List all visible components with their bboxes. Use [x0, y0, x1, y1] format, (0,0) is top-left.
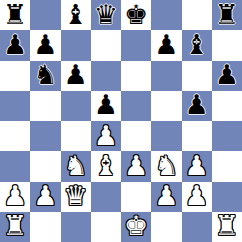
- piece-black-bishop[interactable]: ♝: [185, 31, 209, 58]
- square-d5[interactable]: ♟: [91, 91, 121, 121]
- square-f2[interactable]: ♟: [151, 182, 181, 212]
- square-f4[interactable]: [151, 121, 181, 151]
- square-g2[interactable]: ♟: [182, 182, 212, 212]
- square-g7[interactable]: ♝: [182, 30, 212, 60]
- square-b5[interactable]: [30, 91, 60, 121]
- piece-white-rook[interactable]: ♜: [215, 212, 239, 239]
- square-h8[interactable]: ♜: [212, 0, 242, 30]
- piece-black-knight[interactable]: ♞: [33, 61, 57, 88]
- square-a8[interactable]: ♜: [0, 0, 30, 30]
- square-h3[interactable]: [212, 151, 242, 181]
- square-g4[interactable]: [182, 121, 212, 151]
- square-a5[interactable]: [0, 91, 30, 121]
- piece-white-pawn[interactable]: ♟: [154, 182, 178, 209]
- square-g1[interactable]: [182, 212, 212, 242]
- square-a2[interactable]: ♟: [0, 182, 30, 212]
- square-c2[interactable]: ♛: [61, 182, 91, 212]
- square-f7[interactable]: ♟: [151, 30, 181, 60]
- square-c3[interactable]: ♞: [61, 151, 91, 181]
- piece-white-queen[interactable]: ♛: [64, 182, 88, 209]
- square-e2[interactable]: [121, 182, 151, 212]
- square-d2[interactable]: [91, 182, 121, 212]
- square-d6[interactable]: [91, 61, 121, 91]
- square-g3[interactable]: ♟: [182, 151, 212, 181]
- square-e3[interactable]: ♟: [121, 151, 151, 181]
- square-e5[interactable]: [121, 91, 151, 121]
- square-f5[interactable]: [151, 91, 181, 121]
- square-e4[interactable]: [121, 121, 151, 151]
- square-c5[interactable]: [61, 91, 91, 121]
- piece-black-pawn[interactable]: ♟: [3, 31, 27, 58]
- square-e8[interactable]: ♚: [121, 0, 151, 30]
- piece-black-pawn[interactable]: ♟: [33, 31, 57, 58]
- square-a4[interactable]: [0, 121, 30, 151]
- piece-black-bishop[interactable]: ♝: [64, 1, 88, 28]
- square-d8[interactable]: ♛: [91, 0, 121, 30]
- square-c6[interactable]: ♟: [61, 61, 91, 91]
- square-g5[interactable]: ♟: [182, 91, 212, 121]
- square-c8[interactable]: ♝: [61, 0, 91, 30]
- square-h1[interactable]: ♜: [212, 212, 242, 242]
- square-a6[interactable]: [0, 61, 30, 91]
- square-d1[interactable]: [91, 212, 121, 242]
- piece-white-knight[interactable]: ♞: [154, 152, 178, 179]
- square-b3[interactable]: [30, 151, 60, 181]
- square-b8[interactable]: [30, 0, 60, 30]
- square-d4[interactable]: ♟: [91, 121, 121, 151]
- square-b7[interactable]: ♟: [30, 30, 60, 60]
- piece-black-queen[interactable]: ♛: [94, 1, 118, 28]
- square-h7[interactable]: [212, 30, 242, 60]
- square-e6[interactable]: [121, 61, 151, 91]
- piece-black-pawn[interactable]: ♟: [154, 31, 178, 58]
- piece-white-pawn[interactable]: ♟: [185, 152, 209, 179]
- square-a3[interactable]: [0, 151, 30, 181]
- chess-board: ♜♝♛♚♜♟♟♟♝♞♟♟♟♟♟♞♝♟♞♟♟♟♛♟♟♜♚♜: [0, 0, 242, 242]
- square-h5[interactable]: [212, 91, 242, 121]
- square-c7[interactable]: [61, 30, 91, 60]
- piece-black-pawn[interactable]: ♟: [215, 61, 239, 88]
- square-f1[interactable]: [151, 212, 181, 242]
- piece-white-king[interactable]: ♚: [124, 212, 148, 239]
- piece-black-king[interactable]: ♚: [124, 1, 148, 28]
- square-c1[interactable]: [61, 212, 91, 242]
- square-b2[interactable]: ♟: [30, 182, 60, 212]
- square-e1[interactable]: ♚: [121, 212, 151, 242]
- piece-white-pawn[interactable]: ♟: [124, 152, 148, 179]
- piece-white-rook[interactable]: ♜: [3, 212, 27, 239]
- square-b6[interactable]: ♞: [30, 61, 60, 91]
- piece-black-pawn[interactable]: ♟: [64, 61, 88, 88]
- square-a7[interactable]: ♟: [0, 30, 30, 60]
- piece-white-knight[interactable]: ♞: [64, 152, 88, 179]
- square-d3[interactable]: ♝: [91, 151, 121, 181]
- square-e7[interactable]: [121, 30, 151, 60]
- piece-black-rook[interactable]: ♜: [215, 1, 239, 28]
- square-f6[interactable]: [151, 61, 181, 91]
- piece-white-pawn[interactable]: ♟: [185, 182, 209, 209]
- square-f3[interactable]: ♞: [151, 151, 181, 181]
- square-f8[interactable]: [151, 0, 181, 30]
- piece-white-bishop[interactable]: ♝: [94, 152, 118, 179]
- piece-black-rook[interactable]: ♜: [3, 1, 27, 28]
- square-g8[interactable]: [182, 0, 212, 30]
- square-a1[interactable]: ♜: [0, 212, 30, 242]
- square-h4[interactable]: [212, 121, 242, 151]
- piece-black-pawn[interactable]: ♟: [185, 91, 209, 118]
- square-b1[interactable]: [30, 212, 60, 242]
- square-h6[interactable]: ♟: [212, 61, 242, 91]
- piece-white-pawn[interactable]: ♟: [94, 122, 118, 149]
- square-g6[interactable]: [182, 61, 212, 91]
- piece-white-pawn[interactable]: ♟: [33, 182, 57, 209]
- square-c4[interactable]: [61, 121, 91, 151]
- piece-black-pawn[interactable]: ♟: [94, 91, 118, 118]
- square-b4[interactable]: [30, 121, 60, 151]
- piece-white-pawn[interactable]: ♟: [3, 182, 27, 209]
- square-d7[interactable]: [91, 30, 121, 60]
- square-h2[interactable]: [212, 182, 242, 212]
